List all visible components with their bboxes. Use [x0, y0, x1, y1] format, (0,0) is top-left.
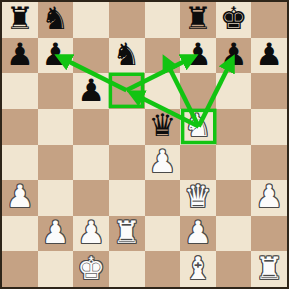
square-h1[interactable]: ♜: [251, 251, 287, 287]
square-d3[interactable]: [109, 180, 145, 216]
square-h2[interactable]: [251, 216, 287, 252]
square-f1[interactable]: ♝: [180, 251, 216, 287]
square-c1[interactable]: ♚: [73, 251, 109, 287]
square-d7[interactable]: ♞: [109, 38, 145, 74]
square-d6[interactable]: [109, 73, 145, 109]
square-a1[interactable]: [2, 251, 38, 287]
square-e3[interactable]: [145, 180, 181, 216]
square-e6[interactable]: [145, 73, 181, 109]
chess-board: ♜♞♜♚♟♟♞♟♟♟♟♛♞♟♟♛♟♟♟♜♟♚♝♜: [0, 0, 289, 289]
square-a2[interactable]: [2, 216, 38, 252]
piece-black-pawn[interactable]: ♟: [77, 75, 105, 106]
piece-white-pawn[interactable]: ♟: [148, 146, 176, 177]
piece-white-king[interactable]: ♚: [77, 253, 105, 284]
board-grid: ♜♞♜♚♟♟♞♟♟♟♟♛♞♟♟♛♟♟♟♜♟♚♝♜: [0, 0, 289, 289]
piece-white-rook[interactable]: ♜: [113, 217, 141, 248]
square-c2[interactable]: ♟: [73, 216, 109, 252]
square-c6[interactable]: ♟: [73, 73, 109, 109]
square-c5[interactable]: [73, 109, 109, 145]
square-g2[interactable]: [216, 216, 252, 252]
square-e1[interactable]: [145, 251, 181, 287]
square-b7[interactable]: ♟: [38, 38, 74, 74]
piece-black-pawn[interactable]: ♟: [184, 39, 212, 70]
square-f2[interactable]: ♟: [180, 216, 216, 252]
piece-black-pawn[interactable]: ♟: [220, 39, 248, 70]
square-g4[interactable]: [216, 145, 252, 181]
piece-black-rook[interactable]: ♜: [6, 3, 34, 34]
piece-white-bishop[interactable]: ♝: [184, 253, 212, 284]
square-f6[interactable]: [180, 73, 216, 109]
square-e2[interactable]: [145, 216, 181, 252]
piece-white-pawn[interactable]: ♟: [6, 181, 34, 212]
square-c4[interactable]: [73, 145, 109, 181]
piece-black-queen[interactable]: ♛: [148, 110, 176, 141]
square-d5[interactable]: [109, 109, 145, 145]
square-a7[interactable]: ♟: [2, 38, 38, 74]
square-h7[interactable]: ♟: [251, 38, 287, 74]
square-h4[interactable]: [251, 145, 287, 181]
square-b5[interactable]: [38, 109, 74, 145]
piece-black-king[interactable]: ♚: [220, 3, 248, 34]
square-f3[interactable]: ♛: [180, 180, 216, 216]
square-d8[interactable]: [109, 2, 145, 38]
square-g5[interactable]: [216, 109, 252, 145]
square-b3[interactable]: [38, 180, 74, 216]
square-g8[interactable]: ♚: [216, 2, 252, 38]
square-c8[interactable]: [73, 2, 109, 38]
piece-white-pawn[interactable]: ♟: [255, 181, 283, 212]
piece-black-pawn[interactable]: ♟: [6, 39, 34, 70]
square-g3[interactable]: [216, 180, 252, 216]
square-d4[interactable]: [109, 145, 145, 181]
piece-white-pawn[interactable]: ♟: [42, 217, 70, 248]
square-a3[interactable]: ♟: [2, 180, 38, 216]
square-h5[interactable]: [251, 109, 287, 145]
piece-white-pawn[interactable]: ♟: [77, 217, 105, 248]
square-c7[interactable]: [73, 38, 109, 74]
square-f5[interactable]: ♞: [180, 109, 216, 145]
square-b8[interactable]: ♞: [38, 2, 74, 38]
square-f8[interactable]: ♜: [180, 2, 216, 38]
square-e5[interactable]: ♛: [145, 109, 181, 145]
square-b2[interactable]: ♟: [38, 216, 74, 252]
square-f7[interactable]: ♟: [180, 38, 216, 74]
square-a4[interactable]: [2, 145, 38, 181]
square-d2[interactable]: ♜: [109, 216, 145, 252]
square-a8[interactable]: ♜: [2, 2, 38, 38]
square-h8[interactable]: [251, 2, 287, 38]
square-g6[interactable]: [216, 73, 252, 109]
square-c3[interactable]: [73, 180, 109, 216]
square-e8[interactable]: [145, 2, 181, 38]
square-e7[interactable]: [145, 38, 181, 74]
piece-white-knight[interactable]: ♞: [184, 110, 212, 141]
square-f4[interactable]: [180, 145, 216, 181]
piece-black-pawn[interactable]: ♟: [42, 39, 70, 70]
square-g1[interactable]: [216, 251, 252, 287]
square-e4[interactable]: ♟: [145, 145, 181, 181]
piece-white-pawn[interactable]: ♟: [184, 217, 212, 248]
square-b4[interactable]: [38, 145, 74, 181]
square-d1[interactable]: [109, 251, 145, 287]
square-a5[interactable]: [2, 109, 38, 145]
piece-black-rook[interactable]: ♜: [184, 3, 212, 34]
square-h6[interactable]: [251, 73, 287, 109]
square-h3[interactable]: ♟: [251, 180, 287, 216]
square-b6[interactable]: [38, 73, 74, 109]
piece-white-rook[interactable]: ♜: [255, 253, 283, 284]
piece-black-knight[interactable]: ♞: [113, 39, 141, 70]
square-g7[interactable]: ♟: [216, 38, 252, 74]
piece-black-knight[interactable]: ♞: [42, 3, 70, 34]
square-b1[interactable]: [38, 251, 74, 287]
piece-black-pawn[interactable]: ♟: [255, 39, 283, 70]
piece-white-queen[interactable]: ♛: [184, 181, 212, 212]
square-a6[interactable]: [2, 73, 38, 109]
